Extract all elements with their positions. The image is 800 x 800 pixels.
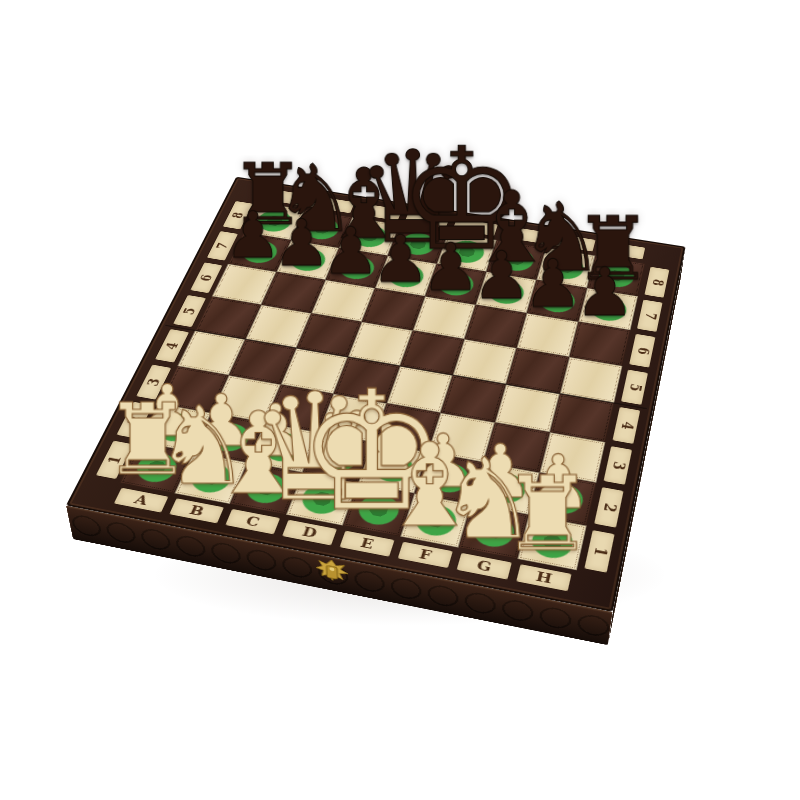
file-label-h: H [516, 564, 571, 591]
rank-label-right-5-text: 5 [626, 382, 643, 392]
chess-board-scene: ABCDEFGH1122334455667788♜♞♝♛♚♝♞♜♟♟♟♟♟♟♟♟… [66, 177, 686, 612]
rank-label-right-3: 3 [604, 446, 632, 485]
rank-label-left-5-text: 5 [181, 306, 198, 315]
rank-label-right-6-text: 6 [634, 346, 650, 355]
file-label-a-text: A [132, 493, 150, 507]
rank-label-right-7-text: 7 [642, 311, 658, 320]
file-label-b-text: B [187, 504, 205, 518]
file-label-f-text: F [418, 547, 433, 562]
file-label-h-text: H [534, 570, 553, 586]
rank-label-right-4: 4 [613, 407, 641, 444]
rank-label-right-5: 5 [621, 370, 648, 405]
rank-label-right-4-text: 4 [618, 420, 635, 430]
product-photo: ABCDEFGH1122334455667788♜♞♝♛♚♝♞♜♟♟♟♟♟♟♟♟… [0, 0, 800, 800]
rank-label-left-6-text: 6 [198, 273, 215, 282]
square-f4[interactable] [440, 375, 506, 422]
rank-label-right-2: 2 [594, 487, 623, 528]
rank-label-right-3-text: 3 [609, 460, 626, 471]
rank-label-left-4-text: 4 [163, 341, 180, 350]
rank-label-right-2-text: 2 [600, 502, 618, 513]
square-g4[interactable] [495, 384, 560, 432]
rank-label-right-6: 6 [629, 334, 655, 368]
piece-glyph: ♜ [501, 465, 593, 563]
rank-label-left-7-text: 7 [214, 242, 230, 250]
file-label-g-text: G [475, 558, 493, 573]
square-h4[interactable] [550, 394, 614, 442]
rank-label-right-7: 7 [637, 300, 663, 332]
file-label-e-text: E [359, 536, 376, 551]
piece-white-rook-h1[interactable]: ♜ [517, 515, 587, 571]
square-g5[interactable] [506, 348, 569, 394]
